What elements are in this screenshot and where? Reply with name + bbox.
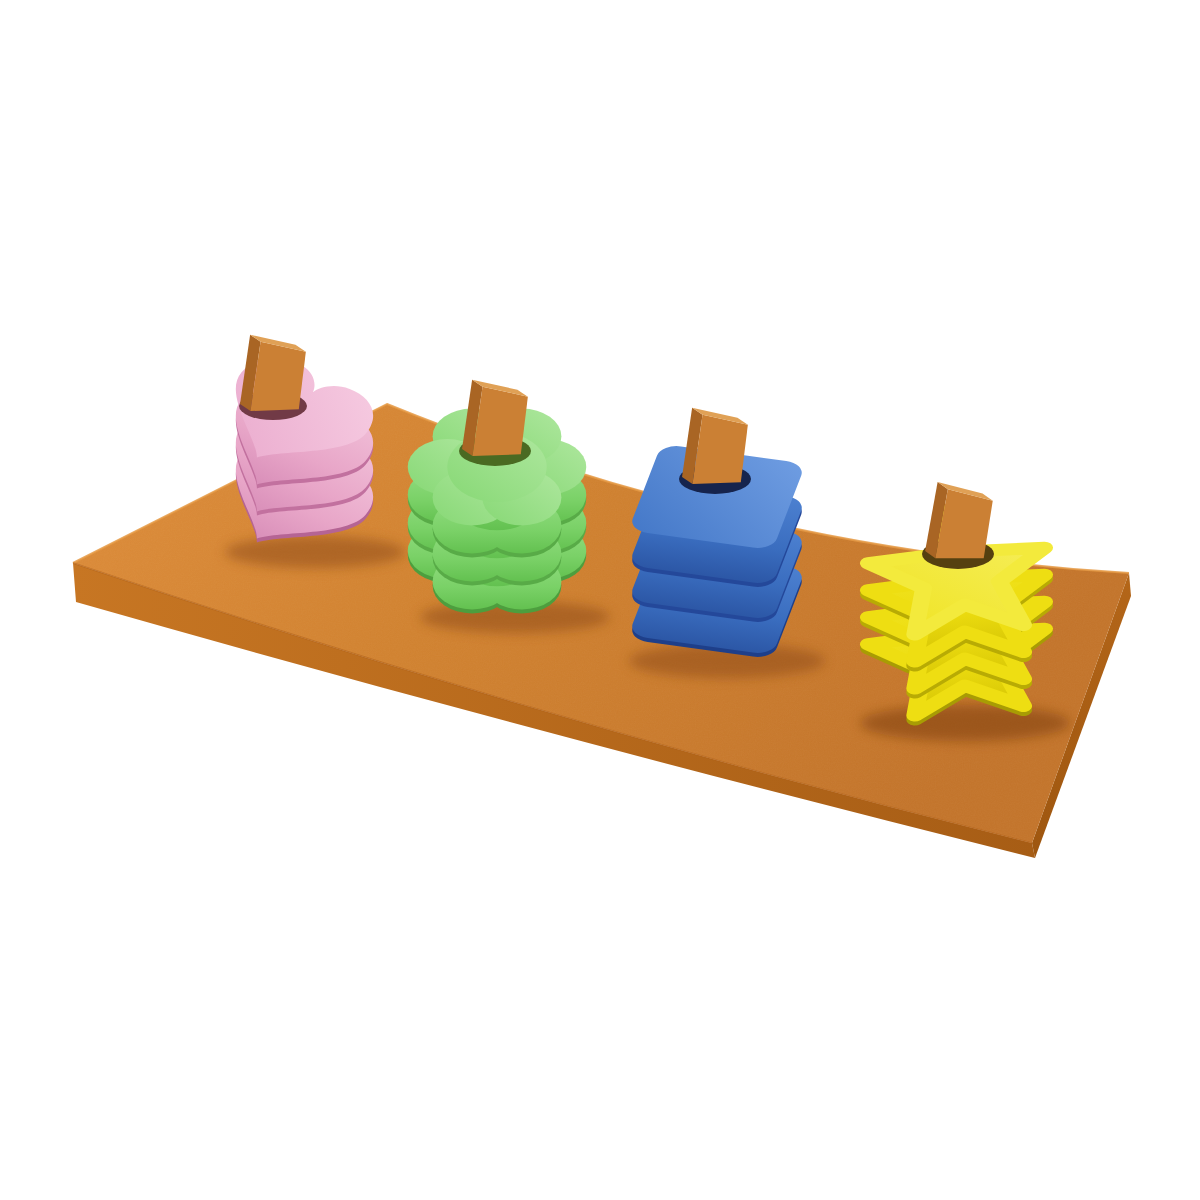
product-photo-stage	[0, 0, 1200, 1200]
heart-shadow	[225, 536, 405, 568]
peg-3[interactable]	[682, 407, 749, 488]
peg-1[interactable]	[240, 334, 307, 415]
peg-4[interactable]	[924, 481, 994, 564]
peg-2[interactable]	[462, 379, 529, 460]
star-shadow	[860, 705, 1070, 741]
shape-sorter-scene	[0, 0, 1200, 1200]
